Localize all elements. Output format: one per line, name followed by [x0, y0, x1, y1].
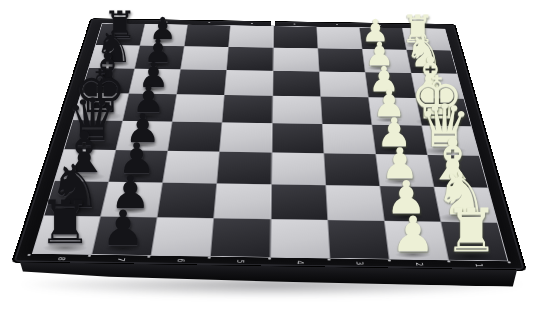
square-f6[interactable] — [177, 70, 226, 95]
board-tilt-wrapper: 87654321 — [0, 0, 540, 311]
square-c3[interactable] — [324, 153, 379, 185]
screw-dot — [507, 261, 511, 263]
screw-dot — [165, 21, 167, 22]
square-f4[interactable] — [273, 71, 320, 96]
square-d3[interactable] — [322, 124, 375, 154]
square-d8[interactable] — [65, 120, 123, 150]
square-d5[interactable] — [220, 122, 271, 152]
screw-dot — [293, 23, 295, 24]
square-d4[interactable] — [272, 123, 323, 153]
screw-dot — [336, 24, 338, 25]
screw-dot — [250, 23, 252, 24]
screw-dot — [268, 257, 271, 259]
screw-dot — [378, 25, 380, 26]
square-c1[interactable] — [428, 155, 488, 187]
square-f3[interactable] — [319, 72, 367, 97]
square-f7[interactable] — [129, 69, 180, 94]
square-b2[interactable] — [380, 186, 440, 221]
chess-set-photo: 87654321 ♜♞♝♚♛♝♞♜♟♟♟♟♟♟♟♟♟♟♟♟♟♟♟♟♜♞♝♚♛♝♞… — [0, 0, 540, 311]
square-e3[interactable] — [321, 97, 371, 124]
square-c7[interactable] — [109, 150, 167, 182]
square-g8[interactable] — [89, 45, 140, 68]
square-e7[interactable] — [123, 94, 176, 121]
square-h7[interactable] — [140, 24, 187, 46]
square-c8[interactable] — [55, 149, 115, 181]
square-g4[interactable] — [273, 48, 318, 72]
square-c6[interactable] — [163, 151, 219, 183]
square-h2[interactable] — [360, 28, 406, 50]
square-d6[interactable] — [168, 122, 222, 152]
screw-dot — [87, 254, 90, 256]
square-b8[interactable] — [45, 181, 109, 216]
square-h4[interactable] — [274, 26, 318, 48]
square-f2[interactable] — [365, 73, 415, 98]
square-h8[interactable] — [96, 24, 145, 46]
square-g6[interactable] — [181, 47, 228, 70]
screw-dot — [208, 22, 210, 23]
square-e1[interactable] — [417, 98, 471, 125]
square-e6[interactable] — [173, 95, 224, 122]
square-b7[interactable] — [101, 182, 162, 217]
square-c4[interactable] — [272, 153, 325, 185]
screw-dot — [447, 260, 450, 262]
square-f8[interactable] — [82, 68, 135, 93]
screw-dot — [123, 21, 125, 22]
square-e2[interactable] — [369, 98, 421, 125]
square-b3[interactable] — [326, 185, 384, 220]
square-b1[interactable] — [434, 187, 497, 222]
square-e8[interactable] — [73, 93, 128, 120]
square-d1[interactable] — [422, 126, 479, 156]
chess-board[interactable]: 87654321 — [11, 18, 527, 271]
square-h6[interactable] — [185, 25, 230, 47]
screw-dot — [148, 255, 151, 257]
square-d2[interactable] — [372, 125, 427, 155]
square-f5[interactable] — [225, 70, 272, 95]
square-g7[interactable] — [135, 46, 184, 69]
square-g2[interactable] — [362, 49, 410, 73]
square-d7[interactable] — [116, 121, 172, 151]
square-b4[interactable] — [271, 184, 327, 219]
square-c2[interactable] — [376, 154, 433, 186]
screw-dot — [27, 253, 31, 255]
screw-dot — [387, 259, 390, 261]
screw-dot — [208, 256, 211, 258]
square-b6[interactable] — [158, 183, 217, 218]
square-h1[interactable] — [402, 28, 450, 50]
square-c5[interactable] — [217, 152, 271, 184]
square-e5[interactable] — [223, 95, 272, 122]
screw-dot — [328, 258, 331, 260]
square-f1[interactable] — [411, 73, 463, 98]
square-e4[interactable] — [273, 96, 322, 123]
square-b5[interactable] — [215, 184, 271, 219]
square-h3[interactable] — [317, 27, 362, 49]
square-h5[interactable] — [229, 26, 273, 48]
square-g5[interactable] — [227, 47, 273, 71]
square-g3[interactable] — [318, 49, 365, 73]
screw-dot — [421, 25, 423, 26]
square-g1[interactable] — [407, 50, 457, 74]
